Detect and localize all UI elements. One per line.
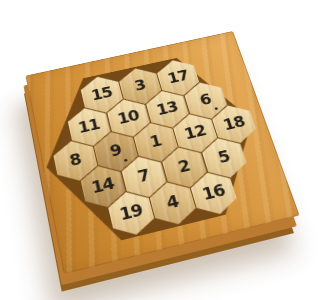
tile-number: 1 [148, 132, 163, 151]
tile-number: 6 [198, 91, 213, 109]
tile-number: 4 [164, 192, 180, 213]
orientation-dot-icon [124, 159, 128, 162]
tile-number: 17 [166, 67, 191, 87]
tile-number: 9 [108, 141, 123, 160]
tile-number: 11 [76, 116, 101, 137]
hex-grid: 15317111013689112181472519416 [40, 48, 281, 250]
tile-number: 3 [133, 76, 147, 94]
tile-number: 12 [182, 122, 208, 143]
tile-number: 15 [89, 84, 113, 104]
tile-number: 18 [221, 113, 247, 134]
tile-number: 2 [176, 156, 192, 176]
tile-number: 8 [68, 150, 82, 170]
tile-number: 14 [90, 174, 116, 197]
tile-number: 5 [216, 147, 232, 167]
orientation-dot-icon [214, 107, 218, 110]
tile-number: 13 [154, 98, 179, 119]
puzzle-board: 15317111013689112181472519416 [26, 31, 300, 274]
tile-number: 16 [200, 181, 227, 204]
tile-number: 7 [136, 166, 151, 186]
product-photo-scene: 15317111013689112181472519416 [0, 0, 300, 300]
tile-number: 19 [118, 200, 145, 224]
tile-number: 10 [116, 107, 141, 128]
